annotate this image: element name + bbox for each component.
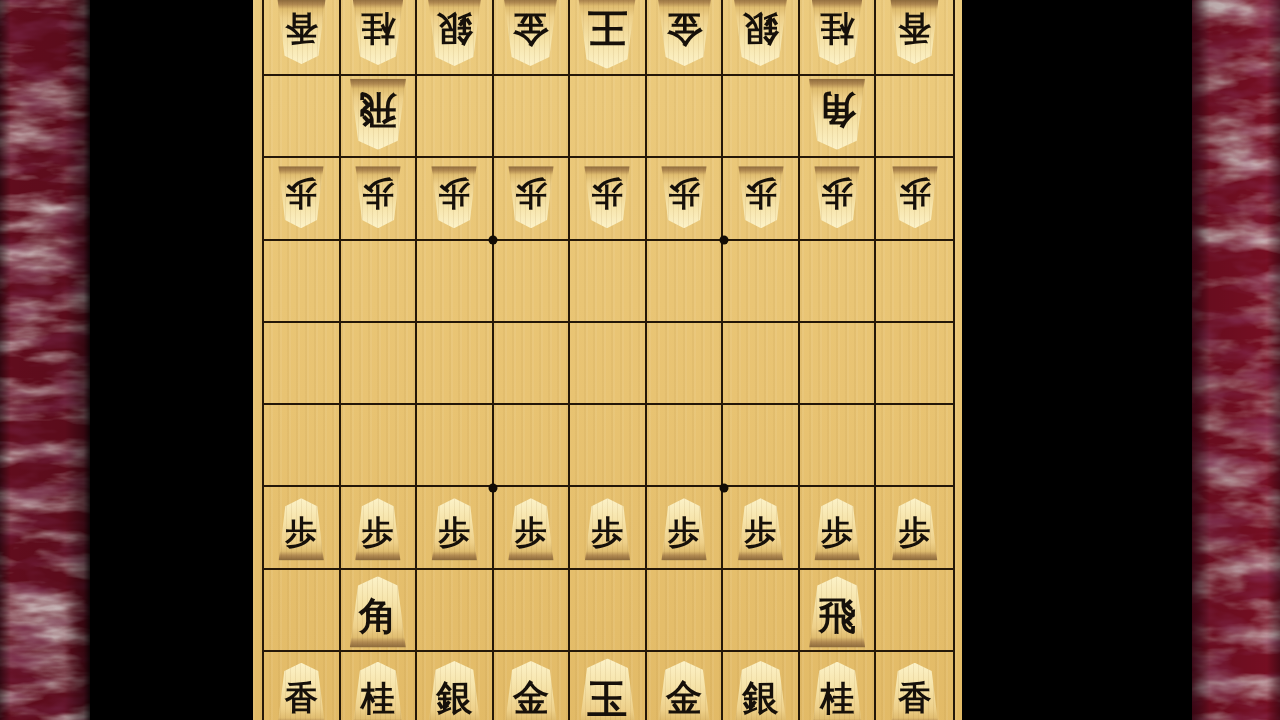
board-cell[interactable] — [800, 323, 877, 405]
sente-gold-piece[interactable]: 金 — [655, 661, 714, 720]
gote-pawn-piece[interactable]: 歩 — [812, 166, 862, 228]
hoshi-star-point — [489, 236, 498, 245]
board-cell[interactable]: 歩 — [647, 158, 724, 240]
piece-kanji: 桂 — [820, 12, 854, 46]
board-cell[interactable]: 香 — [876, 0, 953, 76]
gote-silver-piece[interactable]: 銀 — [425, 0, 484, 66]
piece-kanji: 歩 — [821, 516, 853, 548]
board-cell[interactable]: 歩 — [800, 158, 877, 240]
piece-kanji: 金 — [666, 11, 702, 47]
piece-kanji: 銀 — [743, 680, 779, 716]
board-cell[interactable]: 桂 — [800, 652, 877, 720]
board-cell[interactable] — [647, 76, 724, 158]
sente-pawn-piece[interactable]: 歩 — [659, 498, 709, 560]
game-screen: 香桂銀金王金銀桂香飛角歩歩歩歩歩歩歩歩歩歩歩歩歩歩歩歩歩歩角飛香桂銀金玉金銀桂香 — [0, 0, 1280, 720]
board-cell[interactable] — [800, 241, 877, 323]
sente-knight-piece[interactable]: 桂 — [809, 662, 865, 720]
piece-kanji: 歩 — [285, 516, 317, 548]
board-cell[interactable] — [570, 323, 647, 405]
board-cell[interactable] — [417, 241, 494, 323]
sente-silver-piece[interactable]: 銀 — [731, 661, 790, 720]
board-cell[interactable]: 歩 — [494, 487, 571, 569]
board-cell[interactable]: 歩 — [570, 158, 647, 240]
board-cell[interactable] — [570, 405, 647, 487]
gote-pawn-piece[interactable]: 歩 — [276, 166, 326, 228]
sente-lance-piece[interactable]: 香 — [888, 663, 941, 720]
board-cell[interactable] — [417, 323, 494, 405]
piece-kanji: 飛 — [359, 92, 397, 130]
board-cell[interactable] — [876, 323, 953, 405]
board-cell[interactable]: 角 — [800, 76, 877, 158]
shogi-board-grid: 香桂銀金王金銀桂香飛角歩歩歩歩歩歩歩歩歩歩歩歩歩歩歩歩歩歩角飛香桂銀金玉金銀桂香 — [262, 0, 955, 720]
piece-kanji: 歩 — [515, 516, 547, 548]
board-cell[interactable] — [723, 405, 800, 487]
board-cell[interactable]: 金 — [494, 0, 571, 76]
board-cell[interactable]: 歩 — [723, 158, 800, 240]
gote-pawn-piece[interactable]: 歩 — [659, 166, 709, 228]
board-cell[interactable] — [264, 76, 341, 158]
hoshi-star-point — [720, 236, 729, 245]
piece-kanji: 香 — [898, 681, 931, 714]
board-cell[interactable] — [570, 570, 647, 652]
piece-kanji: 銀 — [743, 11, 779, 47]
board-cell[interactable]: 歩 — [723, 487, 800, 569]
board-cell[interactable]: 香 — [264, 652, 341, 720]
gote-knight-piece[interactable]: 桂 — [809, 0, 865, 65]
board-cell[interactable]: 桂 — [341, 652, 418, 720]
board-cell[interactable]: 歩 — [494, 158, 571, 240]
board-cell[interactable] — [570, 76, 647, 158]
gote-pawn-piece[interactable]: 歩 — [890, 166, 940, 228]
piece-kanji: 桂 — [361, 12, 395, 46]
board-cell[interactable]: 角 — [341, 570, 418, 652]
board-cell[interactable]: 飛 — [800, 570, 877, 652]
sente-pawn-piece[interactable]: 歩 — [276, 498, 326, 560]
sente-lance-piece[interactable]: 香 — [275, 663, 328, 720]
piece-kanji: 歩 — [362, 516, 394, 548]
board-cell[interactable]: 歩 — [800, 487, 877, 569]
board-cell[interactable] — [494, 76, 571, 158]
board-cell[interactable]: 金 — [494, 652, 571, 720]
board-cell[interactable] — [417, 76, 494, 158]
piece-kanji: 歩 — [745, 516, 777, 548]
board-cell[interactable]: 桂 — [800, 0, 877, 76]
board-cell[interactable]: 香 — [876, 652, 953, 720]
piece-kanji: 歩 — [591, 516, 623, 548]
board-cell[interactable]: 歩 — [876, 487, 953, 569]
board-cell[interactable] — [876, 241, 953, 323]
board-cell[interactable] — [341, 241, 418, 323]
piece-kanji: 歩 — [899, 178, 931, 210]
piece-kanji: 銀 — [436, 11, 472, 47]
board-cell[interactable] — [570, 241, 647, 323]
board-cell[interactable] — [647, 241, 724, 323]
left-decoration-panel — [0, 0, 90, 720]
hoshi-star-point — [489, 484, 498, 493]
sente-silver-piece[interactable]: 銀 — [425, 661, 484, 720]
board-cell[interactable] — [876, 570, 953, 652]
sente-king-piece[interactable]: 玉 — [575, 659, 639, 720]
sente-rook-piece[interactable]: 飛 — [806, 576, 868, 647]
board-cell[interactable] — [876, 76, 953, 158]
piece-kanji: 王 — [587, 8, 627, 48]
piece-kanji: 角 — [818, 92, 856, 130]
board-cell[interactable]: 歩 — [647, 487, 724, 569]
piece-kanji: 香 — [285, 681, 318, 714]
sente-pawn-piece[interactable]: 歩 — [429, 498, 479, 560]
piece-kanji: 歩 — [438, 178, 470, 210]
piece-kanji: 歩 — [515, 178, 547, 210]
piece-kanji: 金 — [513, 680, 549, 716]
board-cell[interactable]: 桂 — [341, 0, 418, 76]
sente-bishop-piece[interactable]: 角 — [347, 576, 409, 647]
board-cell[interactable] — [264, 405, 341, 487]
board-cell[interactable]: 銀 — [417, 0, 494, 76]
board-cell[interactable] — [417, 570, 494, 652]
sente-gold-piece[interactable]: 金 — [501, 661, 560, 720]
piece-kanji: 歩 — [821, 178, 853, 210]
board-cell[interactable]: 銀 — [723, 0, 800, 76]
piece-kanji: 歩 — [362, 178, 394, 210]
gote-pawn-piece[interactable]: 歩 — [353, 166, 403, 228]
sente-knight-piece[interactable]: 桂 — [350, 662, 406, 720]
board-cell[interactable]: 歩 — [876, 158, 953, 240]
board-cell[interactable] — [264, 241, 341, 323]
board-cell[interactable]: 香 — [264, 0, 341, 76]
piece-kanji: 銀 — [436, 680, 472, 716]
board-cell[interactable]: 歩 — [264, 158, 341, 240]
sente-pawn-piece[interactable]: 歩 — [506, 498, 556, 560]
board-cell[interactable]: 歩 — [341, 158, 418, 240]
board-cell[interactable] — [341, 405, 418, 487]
gote-gold-piece[interactable]: 金 — [501, 0, 560, 66]
board-cell[interactable]: 金 — [647, 652, 724, 720]
board-cell[interactable] — [723, 241, 800, 323]
piece-kanji: 歩 — [591, 178, 623, 210]
board-cell[interactable] — [494, 323, 571, 405]
board-cell[interactable] — [723, 570, 800, 652]
piece-kanji: 角 — [359, 596, 397, 634]
board-cell[interactable]: 歩 — [570, 487, 647, 569]
board-cell[interactable] — [800, 405, 877, 487]
gote-pawn-piece[interactable]: 歩 — [429, 166, 479, 228]
hoshi-star-point — [720, 484, 729, 493]
piece-kanji: 歩 — [285, 178, 317, 210]
gote-pawn-piece[interactable]: 歩 — [582, 166, 632, 228]
board-cell[interactable] — [723, 323, 800, 405]
board-cell[interactable]: 王 — [570, 0, 647, 76]
gote-lance-piece[interactable]: 香 — [888, 0, 941, 64]
board-cell[interactable] — [494, 570, 571, 652]
board-cell[interactable]: 歩 — [417, 158, 494, 240]
sente-pawn-piece[interactable]: 歩 — [812, 498, 862, 560]
piece-kanji: 玉 — [587, 679, 627, 719]
gote-bishop-piece[interactable]: 角 — [806, 79, 868, 150]
board-cell[interactable]: 飛 — [341, 76, 418, 158]
left-panel-texture — [0, 0, 90, 720]
piece-kanji: 歩 — [899, 516, 931, 548]
sente-pawn-piece[interactable]: 歩 — [353, 498, 403, 560]
gote-pawn-piece[interactable]: 歩 — [736, 166, 786, 228]
gote-lance-piece[interactable]: 香 — [275, 0, 328, 64]
gote-silver-piece[interactable]: 銀 — [731, 0, 790, 66]
board-cell[interactable]: 歩 — [264, 487, 341, 569]
sente-pawn-piece[interactable]: 歩 — [736, 498, 786, 560]
piece-kanji: 香 — [898, 13, 931, 46]
board-cell[interactable]: 銀 — [723, 652, 800, 720]
board-cell[interactable]: 金 — [647, 0, 724, 76]
board-cell[interactable] — [264, 323, 341, 405]
board-cell[interactable]: 歩 — [417, 487, 494, 569]
piece-kanji: 桂 — [361, 681, 395, 715]
board-cell[interactable] — [494, 241, 571, 323]
piece-kanji: 金 — [666, 680, 702, 716]
board-cell[interactable] — [417, 405, 494, 487]
right-decoration-panel — [1192, 0, 1280, 720]
gote-knight-piece[interactable]: 桂 — [350, 0, 406, 65]
piece-kanji: 香 — [285, 13, 318, 46]
gote-gold-piece[interactable]: 金 — [655, 0, 714, 66]
gote-rook-piece[interactable]: 飛 — [347, 79, 409, 150]
board-cell[interactable] — [264, 570, 341, 652]
shogi-board: 香桂銀金王金銀桂香飛角歩歩歩歩歩歩歩歩歩歩歩歩歩歩歩歩歩歩角飛香桂銀金玉金銀桂香 — [253, 0, 962, 720]
board-cell[interactable] — [341, 323, 418, 405]
gote-pawn-piece[interactable]: 歩 — [506, 166, 556, 228]
piece-kanji: 金 — [513, 11, 549, 47]
board-cell[interactable] — [647, 405, 724, 487]
right-panel-texture — [1192, 0, 1280, 720]
board-cell[interactable]: 銀 — [417, 652, 494, 720]
piece-kanji: 歩 — [668, 516, 700, 548]
board-cell[interactable]: 歩 — [341, 487, 418, 569]
board-cell[interactable] — [876, 405, 953, 487]
piece-kanji: 歩 — [438, 516, 470, 548]
piece-kanji: 歩 — [745, 178, 777, 210]
sente-pawn-piece[interactable]: 歩 — [582, 498, 632, 560]
board-cell[interactable]: 玉 — [570, 652, 647, 720]
board-cell[interactable] — [647, 323, 724, 405]
sente-pawn-piece[interactable]: 歩 — [890, 498, 940, 560]
board-cell[interactable] — [494, 405, 571, 487]
piece-kanji: 桂 — [820, 681, 854, 715]
piece-kanji: 飛 — [818, 596, 856, 634]
board-cell[interactable] — [723, 76, 800, 158]
board-cell[interactable] — [647, 570, 724, 652]
piece-kanji: 歩 — [668, 178, 700, 210]
gote-king-piece[interactable]: 王 — [575, 0, 639, 68]
